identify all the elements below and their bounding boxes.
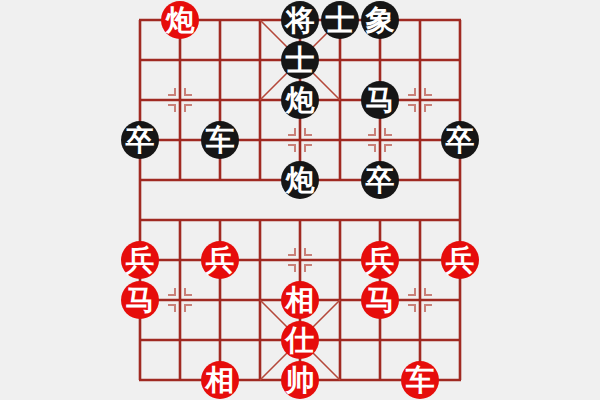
point-marker (384, 128, 392, 136)
piece-black-king[interactable]: 将 (281, 1, 319, 39)
piece-red-advisor[interactable]: 仕 (281, 321, 319, 359)
point-marker (304, 248, 312, 256)
piece-black-pawn[interactable]: 卒 (361, 161, 399, 199)
point-marker (184, 304, 192, 312)
point-marker (184, 88, 192, 96)
point-marker (304, 264, 312, 272)
piece-black-horse[interactable]: 马 (361, 81, 399, 119)
piece-red-pawn[interactable]: 兵 (361, 241, 399, 279)
point-marker (408, 88, 416, 96)
piece-red-horse[interactable]: 马 (361, 281, 399, 319)
point-marker (168, 304, 176, 312)
point-marker (304, 144, 312, 152)
point-marker (384, 144, 392, 152)
point-marker (168, 88, 176, 96)
piece-black-elephant[interactable]: 象 (361, 1, 399, 39)
piece-black-pawn[interactable]: 卒 (441, 121, 479, 159)
point-marker (424, 104, 432, 112)
piece-red-chariot[interactable]: 车 (401, 361, 439, 399)
point-marker (288, 264, 296, 272)
point-marker (184, 104, 192, 112)
piece-red-cannon[interactable]: 炮 (161, 1, 199, 39)
point-marker (288, 248, 296, 256)
point-marker (168, 104, 176, 112)
point-marker (184, 288, 192, 296)
piece-black-cannon[interactable]: 炮 (281, 81, 319, 119)
point-marker (368, 144, 376, 152)
piece-red-pawn[interactable]: 兵 (441, 241, 479, 279)
piece-black-cannon[interactable]: 炮 (281, 161, 319, 199)
piece-red-elephant[interactable]: 相 (281, 281, 319, 319)
piece-red-pawn[interactable]: 兵 (201, 241, 239, 279)
point-marker (168, 288, 176, 296)
point-marker (408, 104, 416, 112)
point-marker (288, 128, 296, 136)
point-marker (288, 144, 296, 152)
piece-red-elephant[interactable]: 相 (201, 361, 239, 399)
piece-red-horse[interactable]: 马 (121, 281, 159, 319)
piece-black-pawn[interactable]: 卒 (121, 121, 159, 159)
piece-red-pawn[interactable]: 兵 (121, 241, 159, 279)
point-marker (304, 128, 312, 136)
piece-black-chariot[interactable]: 车 (201, 121, 239, 159)
point-marker (424, 304, 432, 312)
piece-red-king[interactable]: 帅 (281, 361, 319, 399)
point-marker (424, 88, 432, 96)
point-marker (408, 304, 416, 312)
xiangqi-board[interactable]: 炮将士象士炮马卒车卒炮卒兵兵兵兵马相马仕相帅车 (0, 0, 600, 400)
piece-black-advisor[interactable]: 士 (281, 41, 319, 79)
point-marker (408, 288, 416, 296)
point-marker (424, 288, 432, 296)
piece-black-advisor[interactable]: 士 (321, 1, 359, 39)
point-marker (368, 128, 376, 136)
